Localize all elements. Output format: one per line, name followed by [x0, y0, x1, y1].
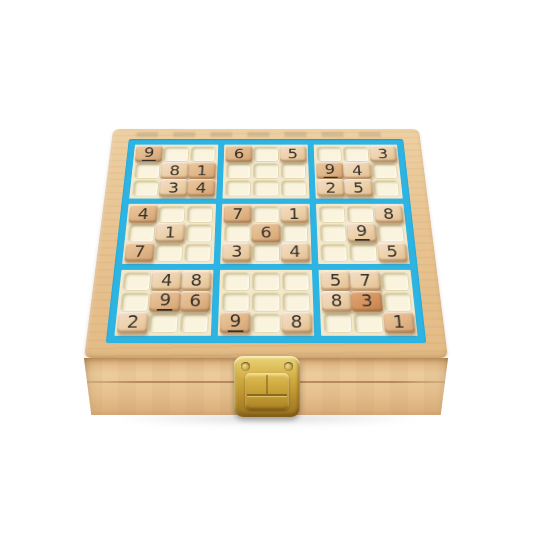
brass-latch[interactable] — [234, 356, 300, 417]
tile-r4c4-digit-7[interactable]: 7 — [223, 205, 252, 223]
cell-r3c6[interactable] — [281, 181, 305, 196]
tile-digit: 8 — [190, 272, 202, 288]
tile-r9c4-digit-9[interactable]: 9 — [220, 312, 251, 334]
cell-r2c2[interactable]: 8 — [162, 164, 187, 178]
cell-r6c9[interactable]: 5 — [379, 244, 406, 260]
tile-r9c6-digit-8[interactable]: 8 — [281, 312, 312, 334]
cell-r3c3[interactable]: 4 — [189, 181, 214, 196]
cell-r6c7[interactable] — [321, 244, 347, 260]
cell-r5c2[interactable]: 1 — [157, 225, 183, 241]
cell-r3c1[interactable] — [133, 181, 158, 196]
cell-r1c5[interactable] — [254, 147, 278, 161]
tile-r5c5-digit-6[interactable]: 6 — [252, 223, 281, 242]
cell-r4c8[interactable] — [348, 207, 374, 222]
tile-digit: 6 — [189, 293, 201, 309]
cell-r7c7[interactable]: 5 — [322, 273, 349, 290]
cell-r3c2[interactable]: 3 — [161, 181, 186, 196]
tile-digit: 5 — [353, 181, 365, 195]
latch-screw-left — [241, 362, 250, 371]
cell-r9c4[interactable]: 9 — [222, 314, 249, 332]
cell-r4c4[interactable]: 7 — [225, 207, 250, 222]
cell-r4c1[interactable]: 4 — [130, 207, 156, 222]
tile-digit: 1 — [289, 207, 300, 221]
latch-hasp-groove — [247, 394, 287, 396]
cell-r9c7[interactable] — [324, 314, 352, 332]
cell-r2c3[interactable]: 1 — [190, 164, 215, 178]
tile-r6c6-digit-4[interactable]: 4 — [280, 242, 309, 261]
tile-r1c1-digit-9[interactable]: 9 — [135, 145, 163, 162]
tile-digit: 4 — [137, 207, 149, 221]
cell-r9c1[interactable]: 2 — [119, 314, 147, 332]
tile-digit: 3 — [168, 181, 180, 195]
cell-r7c3[interactable]: 8 — [183, 273, 210, 290]
tile-digit: 4 — [160, 272, 173, 288]
board: 98134653942541771634895489629857831 — [106, 139, 427, 343]
cell-r9c6[interactable]: 8 — [283, 314, 310, 332]
cell-r4c6[interactable]: 1 — [282, 207, 307, 222]
tile-r2c7-digit-9[interactable]: 9 — [316, 162, 344, 179]
cell-r9c9[interactable]: 1 — [385, 314, 413, 332]
box-7: 48962 — [114, 270, 213, 336]
cell-r8c1[interactable] — [121, 293, 149, 310]
cell-r6c3[interactable] — [185, 244, 211, 260]
tile-digit: 2 — [325, 181, 336, 195]
box-3: 39425 — [314, 145, 403, 199]
tile-r8c8-digit-3[interactable]: 3 — [351, 291, 383, 312]
tile-digit: 2 — [126, 314, 139, 331]
box-8: 98 — [218, 270, 314, 336]
tile-digit: 5 — [288, 147, 299, 160]
cell-r1c1[interactable]: 9 — [137, 147, 162, 161]
tile-digit: 9 — [142, 146, 157, 161]
cell-r6c5[interactable] — [253, 244, 278, 260]
cell-r5c3[interactable] — [186, 225, 212, 241]
cell-r5c1[interactable] — [128, 225, 154, 241]
cell-r1c8[interactable] — [344, 147, 368, 161]
tile-r2c8-digit-4[interactable]: 4 — [343, 162, 371, 179]
tile-r4c6-digit-1[interactable]: 1 — [280, 205, 309, 223]
cell-r9c8[interactable] — [355, 314, 383, 332]
box-9: 57831 — [319, 270, 418, 336]
tile-r6c9-digit-5[interactable]: 5 — [377, 242, 408, 261]
tile-digit: 3 — [377, 147, 389, 160]
tile-digit: 8 — [382, 207, 394, 221]
cell-r4c3[interactable] — [187, 207, 212, 222]
cell-r6c6[interactable]: 4 — [282, 244, 308, 260]
box-6: 895 — [316, 204, 410, 264]
cell-r2c6[interactable] — [281, 164, 305, 178]
box-5: 71634 — [220, 204, 312, 264]
tile-digit: 8 — [169, 164, 180, 177]
tile-r1c9-digit-3[interactable]: 3 — [369, 145, 397, 162]
tile-digit: 9 — [227, 312, 243, 332]
tile-r7c3-digit-8[interactable]: 8 — [181, 270, 212, 290]
tile-r4c9-digit-8[interactable]: 8 — [374, 205, 404, 223]
tile-r8c7-digit-8[interactable]: 8 — [321, 291, 352, 312]
latch-hasp[interactable] — [245, 373, 289, 410]
tile-digit: 5 — [386, 244, 399, 259]
cell-r7c6[interactable] — [283, 273, 309, 290]
tile-digit: 3 — [231, 244, 243, 259]
tile-digit: 9 — [323, 163, 338, 179]
tile-r7c2-digit-4[interactable]: 4 — [151, 270, 182, 290]
tile-digit: 5 — [330, 272, 342, 288]
cell-r2c1[interactable] — [135, 164, 160, 178]
tile-r7c7-digit-5[interactable]: 5 — [320, 270, 351, 290]
box-2: 65 — [222, 145, 309, 199]
tile-digit: 4 — [351, 164, 362, 177]
cell-r5c7[interactable] — [320, 225, 346, 241]
tile-digit: 1 — [196, 164, 207, 177]
cell-r9c5[interactable] — [253, 314, 280, 332]
tile-r3c3-digit-4[interactable]: 4 — [187, 179, 216, 197]
tile-r6c1-digit-7[interactable]: 7 — [124, 242, 155, 261]
tile-digit: 1 — [164, 225, 176, 240]
cell-r6c8[interactable] — [350, 244, 376, 260]
cell-r7c2[interactable]: 4 — [153, 273, 180, 290]
tile-r5c8-digit-9[interactable]: 9 — [347, 223, 377, 242]
cell-r7c4[interactable] — [223, 273, 249, 290]
tile-r2c2-digit-8[interactable]: 8 — [160, 162, 188, 179]
tile-r1c4-digit-6[interactable]: 6 — [225, 145, 252, 162]
cell-r8c3[interactable]: 6 — [182, 293, 209, 310]
tile-r3c2-digit-3[interactable]: 3 — [159, 179, 188, 197]
tile-digit: 7 — [359, 272, 372, 288]
tile-r6c4-digit-3[interactable]: 3 — [222, 242, 251, 261]
cell-r8c5[interactable] — [253, 293, 279, 310]
wood-grain — [136, 132, 396, 137]
cell-r2c7[interactable]: 9 — [318, 164, 342, 178]
cell-r7c5[interactable] — [253, 273, 279, 290]
latch-hasp-seam — [266, 375, 268, 394]
cell-r4c5[interactable] — [254, 207, 279, 222]
tile-r2c3-digit-1[interactable]: 1 — [188, 162, 216, 179]
cell-r4c2[interactable] — [159, 207, 185, 222]
cell-r1c2[interactable] — [164, 147, 188, 161]
cell-r9c3[interactable] — [180, 314, 208, 332]
latch-screw-right — [284, 362, 293, 371]
cell-r5c8[interactable]: 9 — [349, 225, 375, 241]
cell-r8c2[interactable]: 9 — [151, 293, 179, 310]
tile-digit: 9 — [354, 224, 370, 241]
tile-digit: 3 — [360, 293, 373, 309]
tile-digit: 7 — [133, 244, 146, 259]
tile-r4c1-digit-4[interactable]: 4 — [128, 205, 158, 223]
cell-r4c7[interactable] — [320, 207, 345, 222]
tile-r8c3-digit-6[interactable]: 6 — [180, 291, 211, 312]
tile-r8c2-digit-9[interactable]: 9 — [149, 291, 181, 312]
tile-r1c6-digit-5[interactable]: 5 — [279, 145, 306, 162]
cell-r3c5[interactable] — [254, 181, 278, 196]
tile-digit: 8 — [290, 314, 302, 331]
tile-digit: 4 — [289, 244, 301, 259]
cell-r8c9[interactable] — [383, 293, 411, 310]
cell-r1c9[interactable]: 3 — [371, 147, 396, 161]
tile-r7c8-digit-7[interactable]: 7 — [350, 270, 381, 290]
cell-r6c1[interactable]: 7 — [126, 244, 153, 260]
tile-r3c7-digit-2[interactable]: 2 — [317, 179, 346, 197]
cell-r7c8[interactable]: 7 — [352, 273, 379, 290]
tile-digit: 9 — [157, 292, 174, 311]
cell-r1c7[interactable] — [317, 147, 341, 161]
cell-r2c5[interactable] — [254, 164, 278, 178]
cell-r8c4[interactable] — [222, 293, 249, 310]
box-4: 417 — [122, 204, 216, 264]
cell-r6c2[interactable] — [155, 244, 181, 260]
cell-r3c9[interactable] — [373, 181, 399, 196]
cell-r1c3[interactable] — [191, 147, 215, 161]
cell-r5c5[interactable]: 6 — [253, 225, 278, 241]
tile-r9c1-digit-2[interactable]: 2 — [117, 312, 150, 334]
tile-r3c8-digit-5[interactable]: 5 — [344, 179, 373, 197]
cell-r5c9[interactable] — [377, 225, 403, 241]
tile-r9c9-digit-1[interactable]: 1 — [383, 312, 416, 334]
cell-r3c4[interactable] — [226, 181, 250, 196]
cell-r6c4[interactable]: 3 — [224, 244, 250, 260]
tile-r5c2-digit-1[interactable]: 1 — [155, 223, 185, 242]
cell-r2c4[interactable] — [227, 164, 251, 178]
tile-digit: 8 — [331, 293, 343, 309]
cell-r1c6[interactable]: 5 — [281, 147, 305, 161]
tile-digit: 6 — [234, 147, 245, 160]
cell-r1c4[interactable]: 6 — [227, 147, 251, 161]
cell-r8c6[interactable] — [283, 293, 310, 310]
cell-r3c7[interactable]: 2 — [319, 181, 344, 196]
cell-r8c7[interactable]: 8 — [323, 293, 350, 310]
cell-r2c9[interactable] — [372, 164, 397, 178]
cell-r5c6[interactable] — [282, 225, 307, 241]
tile-digit: 1 — [392, 314, 405, 331]
box-lid-top: 98134653942541771634895489629857831 — [84, 129, 448, 358]
product-photo: 98134653942541771634895489629857831 — [0, 0, 533, 533]
cell-r7c1[interactable] — [123, 273, 150, 290]
cell-r4c9[interactable]: 8 — [376, 207, 402, 222]
box-1: 98134 — [129, 145, 218, 199]
cell-r9c2[interactable] — [149, 314, 177, 332]
tile-digit: 7 — [232, 207, 243, 221]
cell-r2c8[interactable]: 4 — [345, 164, 370, 178]
tile-digit: 6 — [260, 225, 271, 240]
cell-r3c8[interactable]: 5 — [346, 181, 371, 196]
cell-r7c9[interactable] — [381, 273, 408, 290]
cell-r8c8[interactable]: 3 — [353, 293, 381, 310]
tile-digit: 4 — [195, 181, 206, 195]
cell-r5c4[interactable] — [225, 225, 250, 241]
